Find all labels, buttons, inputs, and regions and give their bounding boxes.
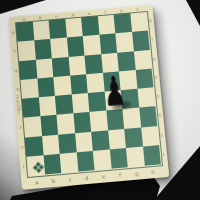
chess-board: abcdefgh abcdefgh 87654321 87654321 US C… [9,5,170,190]
square-c6[interactable] [52,57,70,77]
square-b8[interactable] [32,20,50,40]
square-h1[interactable] [142,145,160,166]
coord-label: 7 [11,42,19,61]
coord-label: a [16,15,33,23]
coord-label: f [97,8,114,16]
square-b5[interactable] [37,77,55,97]
square-b6[interactable] [35,58,53,78]
square-e1[interactable] [93,149,111,170]
square-d7[interactable] [66,36,84,56]
square-a2[interactable] [25,136,43,157]
square-a3[interactable] [23,116,41,137]
coord-label: c [48,12,65,20]
square-b7[interactable] [34,39,52,59]
coord-label: g [113,7,130,15]
square-d4[interactable] [71,93,89,114]
square-d5[interactable] [70,74,88,94]
corner-emblem-icon: ❖ [28,158,50,178]
coord-label: 1 [19,157,28,177]
square-g8[interactable] [114,13,132,33]
square-b4[interactable] [38,96,56,117]
square-e6[interactable] [84,54,102,74]
black-pawn[interactable]: ♟ [102,70,123,109]
square-e8[interactable] [81,16,99,36]
coord-label: h [144,164,162,179]
square-a6[interactable] [19,59,37,79]
square-c7[interactable] [50,38,68,58]
square-f8[interactable] [97,15,115,35]
square-a5[interactable] [20,78,38,98]
coord-label: g [128,166,146,181]
square-a4[interactable] [22,97,40,118]
square-c8[interactable] [49,19,67,39]
square-e2[interactable] [91,130,109,151]
square-a7[interactable] [18,41,36,61]
coord-label: 6 [12,61,20,81]
square-g2[interactable] [124,127,142,148]
square-c3[interactable] [56,114,74,135]
square-h4[interactable] [137,87,155,108]
square-c5[interactable] [53,75,71,95]
coord-label: 2 [18,137,27,157]
square-g7[interactable] [115,32,133,52]
square-a8[interactable] [16,22,34,42]
square-d8[interactable] [65,18,83,38]
photo-scene: { "game": "chess", "scene": "vinyl roll-… [0,0,200,200]
square-b2[interactable] [42,134,60,155]
square-f7[interactable] [99,34,117,54]
square-d3[interactable] [73,112,91,133]
coord-label: e [81,10,98,18]
square-d1[interactable] [76,151,94,172]
square-c4[interactable] [55,94,73,115]
square-g1[interactable] [126,146,144,167]
square-b3[interactable] [40,115,58,136]
square-h3[interactable] [139,106,157,127]
coord-label: e [95,169,113,184]
coord-label: c [61,172,79,187]
coord-label: h [129,5,146,13]
square-h6[interactable] [133,49,151,69]
square-h7[interactable] [132,31,150,51]
square-f2[interactable] [108,128,126,149]
square-d2[interactable] [75,131,93,152]
square-h2[interactable] [141,126,159,147]
coord-label: b [32,14,49,22]
coord-label: d [64,11,81,19]
board-grid [16,12,161,176]
coord-label: 8 [9,23,17,42]
square-c2[interactable] [58,133,76,154]
square-c1[interactable] [60,152,78,173]
square-h8[interactable] [130,12,148,32]
square-f1[interactable] [109,148,127,169]
square-e7[interactable] [83,35,101,55]
square-d6[interactable] [68,55,86,75]
coord-label: d [78,170,96,185]
square-h5[interactable] [135,68,153,88]
coord-label: f [111,167,129,182]
